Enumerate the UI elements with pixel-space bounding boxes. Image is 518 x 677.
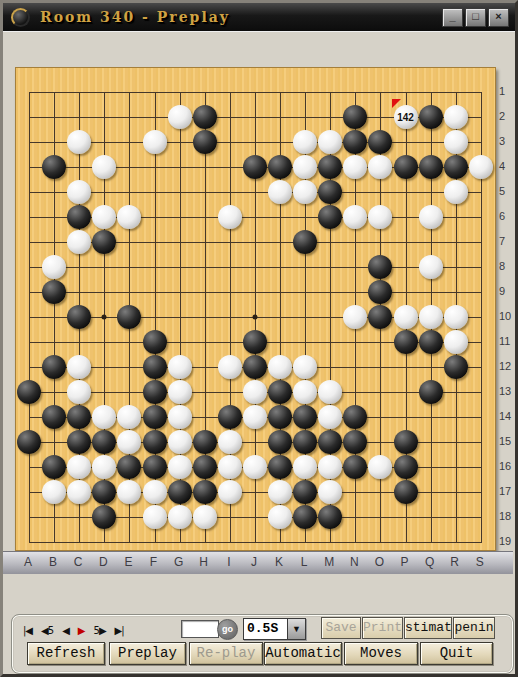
white-stone-C16	[67, 455, 91, 479]
row-label-18: 18	[499, 510, 511, 522]
row-label-19: 19	[499, 535, 511, 547]
column-label-D: D	[99, 555, 108, 569]
black-stone-F11	[143, 330, 167, 354]
white-stone-L3	[293, 130, 317, 154]
row-label-11: 11	[499, 335, 510, 347]
column-label-I: I	[227, 555, 230, 569]
row-label-4: 4	[499, 160, 505, 172]
black-stone-P17	[394, 480, 418, 504]
forward-button[interactable]: ▶	[78, 625, 85, 636]
minimize-button[interactable]: _	[442, 8, 463, 27]
black-stone-J12	[243, 355, 267, 379]
first-move-button[interactable]: |◀	[23, 625, 32, 636]
black-stone-D17	[92, 480, 116, 504]
black-stone-N2	[343, 105, 367, 129]
white-stone-P2: 142	[394, 105, 418, 129]
black-stone-F15	[143, 430, 167, 454]
delay-select[interactable]: 0.5S ▼	[243, 618, 306, 640]
white-stone-I6	[218, 205, 242, 229]
back-button[interactable]: ◀	[62, 625, 69, 636]
black-stone-C10	[67, 305, 91, 329]
column-label-A: A	[24, 555, 32, 569]
chevron-down-icon[interactable]: ▼	[287, 619, 305, 639]
white-stone-O6	[368, 205, 392, 229]
black-stone-O10	[368, 305, 392, 329]
white-stone-K12	[268, 355, 292, 379]
black-stone-O3	[368, 130, 392, 154]
window-title: Room 340 - Preplay	[40, 9, 230, 25]
column-label-E: E	[124, 555, 132, 569]
white-stone-E6	[117, 205, 141, 229]
black-stone-H17	[193, 480, 217, 504]
black-stone-O9	[368, 280, 392, 304]
black-stone-F13	[143, 380, 167, 404]
column-label-S: S	[476, 555, 484, 569]
black-stone-M18	[318, 505, 342, 529]
white-stone-C7	[67, 230, 91, 254]
black-stone-K13	[268, 380, 292, 404]
white-stone-P10	[394, 305, 418, 329]
white-stone-O4	[368, 155, 392, 179]
black-stone-P15	[394, 430, 418, 454]
white-stone-L13	[293, 380, 317, 404]
white-stone-Q10	[419, 305, 443, 329]
white-stone-C17	[67, 480, 91, 504]
white-stone-G16	[168, 455, 192, 479]
black-stone-Q2	[419, 105, 443, 129]
white-stone-C13	[67, 380, 91, 404]
column-label-N: N	[350, 555, 359, 569]
black-stone-F12	[143, 355, 167, 379]
black-stone-L7	[293, 230, 317, 254]
black-stone-Q13	[419, 380, 443, 404]
white-stone-K18	[268, 505, 292, 529]
black-stone-C15	[67, 430, 91, 454]
stimat-button[interactable]: stimat	[404, 617, 452, 639]
white-stone-E14	[117, 405, 141, 429]
white-stone-Q6	[419, 205, 443, 229]
white-stone-G14	[168, 405, 192, 429]
column-label-B: B	[49, 555, 57, 569]
white-stone-G2	[168, 105, 192, 129]
column-label-H: H	[199, 555, 208, 569]
row-label-8: 8	[499, 260, 505, 272]
back-5-button[interactable]: ◀5	[41, 625, 53, 636]
white-stone-Q8	[419, 255, 443, 279]
black-stone-M15	[318, 430, 342, 454]
white-stone-B17	[42, 480, 66, 504]
black-stone-M6	[318, 205, 342, 229]
white-stone-L16	[293, 455, 317, 479]
white-stone-M14	[318, 405, 342, 429]
black-stone-L15	[293, 430, 317, 454]
row-label-2: 2	[499, 110, 505, 122]
white-stone-G13	[168, 380, 192, 404]
delay-value: 0.5S	[244, 619, 287, 639]
row-label-6: 6	[499, 210, 505, 222]
automatic-button[interactable]: Automatic	[264, 642, 342, 665]
last-move-number: 142	[394, 105, 418, 129]
re-play-button[interactable]: Re-play	[189, 642, 263, 665]
white-stone-F17	[143, 480, 167, 504]
column-label-Q: Q	[425, 555, 434, 569]
white-stone-G15	[168, 430, 192, 454]
grid-line	[29, 542, 482, 543]
column-label-R: R	[450, 555, 459, 569]
column-label-L: L	[301, 555, 308, 569]
row-label-3: 3	[499, 135, 505, 147]
black-stone-N3	[343, 130, 367, 154]
white-stone-D6	[92, 205, 116, 229]
black-stone-K4	[268, 155, 292, 179]
white-stone-C12	[67, 355, 91, 379]
white-stone-J16	[243, 455, 267, 479]
white-stone-N10	[343, 305, 367, 329]
row-label-1: 1	[499, 85, 505, 97]
black-stone-L17	[293, 480, 317, 504]
black-stone-F14	[143, 405, 167, 429]
black-stone-Q11	[419, 330, 443, 354]
moves-button[interactable]: Moves	[344, 642, 418, 665]
black-stone-H2	[193, 105, 217, 129]
row-label-12: 12	[499, 360, 511, 372]
white-stone-M16	[318, 455, 342, 479]
black-stone-A13	[17, 380, 41, 404]
quit-button[interactable]: Quit	[420, 642, 493, 665]
column-label-P: P	[400, 555, 408, 569]
white-stone-I12	[218, 355, 242, 379]
last-move-marker-icon	[392, 99, 401, 108]
white-stone-J14	[243, 405, 267, 429]
white-stone-G12	[168, 355, 192, 379]
row-label-7: 7	[499, 235, 505, 247]
black-stone-D18	[92, 505, 116, 529]
black-stone-B16	[42, 455, 66, 479]
black-stone-L14	[293, 405, 317, 429]
black-stone-B14	[42, 405, 66, 429]
black-stone-E16	[117, 455, 141, 479]
row-label-10: 10	[499, 310, 511, 322]
column-label-K: K	[275, 555, 283, 569]
white-stone-D16	[92, 455, 116, 479]
black-stone-J11	[243, 330, 267, 354]
white-stone-N6	[343, 205, 367, 229]
black-stone-N15	[343, 430, 367, 454]
white-stone-E15	[117, 430, 141, 454]
black-stone-R12	[444, 355, 468, 379]
white-stone-D14	[92, 405, 116, 429]
white-stone-E17	[117, 480, 141, 504]
white-stone-J13	[243, 380, 267, 404]
black-stone-Q4	[419, 155, 443, 179]
white-stone-B8	[42, 255, 66, 279]
column-label-J: J	[251, 555, 257, 569]
white-stone-I15	[218, 430, 242, 454]
black-stone-N14	[343, 405, 367, 429]
white-stone-O16	[368, 455, 392, 479]
go-button[interactable]: go	[217, 619, 238, 640]
column-label-C: C	[74, 555, 83, 569]
row-label-16: 16	[499, 460, 511, 472]
white-stone-C3	[67, 130, 91, 154]
row-label-9: 9	[499, 285, 505, 297]
column-label-M: M	[324, 555, 334, 569]
black-stone-M5	[318, 180, 342, 204]
black-stone-H3	[193, 130, 217, 154]
black-stone-D15	[92, 430, 116, 454]
black-stone-C14	[67, 405, 91, 429]
white-stone-F18	[143, 505, 167, 529]
white-stone-R2	[444, 105, 468, 129]
title-bar[interactable]: Room 340 - Preplay _ □ ×	[3, 3, 515, 31]
white-stone-M3	[318, 130, 342, 154]
white-stone-G18	[168, 505, 192, 529]
white-stone-N4	[343, 155, 367, 179]
star-point	[252, 315, 257, 320]
white-stone-L12	[293, 355, 317, 379]
white-stone-I17	[218, 480, 242, 504]
application-window: Room 340 - Preplay _ □ × 142 12345678910…	[0, 0, 518, 677]
maximize-button[interactable]: □	[465, 8, 486, 27]
black-stone-B12	[42, 355, 66, 379]
black-stone-P16	[394, 455, 418, 479]
white-stone-L4	[293, 155, 317, 179]
black-stone-M4	[318, 155, 342, 179]
black-stone-K15	[268, 430, 292, 454]
column-label-G: G	[174, 555, 183, 569]
black-stone-G17	[168, 480, 192, 504]
white-stone-C5	[67, 180, 91, 204]
white-stone-S4	[469, 155, 493, 179]
black-stone-K14	[268, 405, 292, 429]
board-column-labels: ABCDEFGHIJKLMNOPQRS	[3, 551, 513, 574]
star-point	[102, 315, 107, 320]
row-label-14: 14	[499, 410, 511, 422]
replay-navigation: |◀◀5◀▶5▶▶|	[23, 625, 133, 636]
column-label-O: O	[375, 555, 384, 569]
white-stone-L5	[293, 180, 317, 204]
white-stone-R3	[444, 130, 468, 154]
penin-button[interactable]: penin	[453, 617, 495, 639]
white-stone-I16	[218, 455, 242, 479]
white-stone-H18	[193, 505, 217, 529]
black-stone-B4	[42, 155, 66, 179]
go-board[interactable]: 142	[15, 67, 496, 551]
black-stone-N16	[343, 455, 367, 479]
forward-5-button[interactable]: 5▶	[94, 625, 106, 636]
black-stone-O8	[368, 255, 392, 279]
black-stone-R4	[444, 155, 468, 179]
white-stone-D4	[92, 155, 116, 179]
black-stone-D7	[92, 230, 116, 254]
close-button[interactable]: ×	[488, 8, 509, 27]
black-stone-E10	[117, 305, 141, 329]
black-stone-B9	[42, 280, 66, 304]
white-stone-M17	[318, 480, 342, 504]
column-label-F: F	[150, 555, 157, 569]
black-stone-H16	[193, 455, 217, 479]
row-label-13: 13	[499, 385, 511, 397]
app-icon	[11, 8, 30, 27]
black-stone-C6	[67, 205, 91, 229]
black-stone-P4	[394, 155, 418, 179]
black-stone-H15	[193, 430, 217, 454]
black-stone-J4	[243, 155, 267, 179]
row-label-5: 5	[499, 185, 505, 197]
black-stone-A15	[17, 430, 41, 454]
row-label-17: 17	[499, 485, 511, 497]
last-move-button[interactable]: ▶|	[115, 625, 124, 636]
row-label-15: 15	[499, 435, 511, 447]
black-stone-I14	[218, 405, 242, 429]
white-stone-F3	[143, 130, 167, 154]
white-stone-R5	[444, 180, 468, 204]
black-stone-K16	[268, 455, 292, 479]
white-stone-R10	[444, 305, 468, 329]
refresh-button[interactable]: Refresh	[27, 642, 105, 665]
move-number-input[interactable]	[181, 620, 219, 638]
save-button[interactable]: Save	[321, 617, 361, 639]
white-stone-R11	[444, 330, 468, 354]
white-stone-K17	[268, 480, 292, 504]
white-stone-K5	[268, 180, 292, 204]
black-stone-L18	[293, 505, 317, 529]
preplay-button[interactable]: Preplay	[109, 642, 186, 665]
black-stone-P11	[394, 330, 418, 354]
white-stone-M13	[318, 380, 342, 404]
black-stone-F16	[143, 455, 167, 479]
print-button[interactable]: Print	[362, 617, 403, 639]
